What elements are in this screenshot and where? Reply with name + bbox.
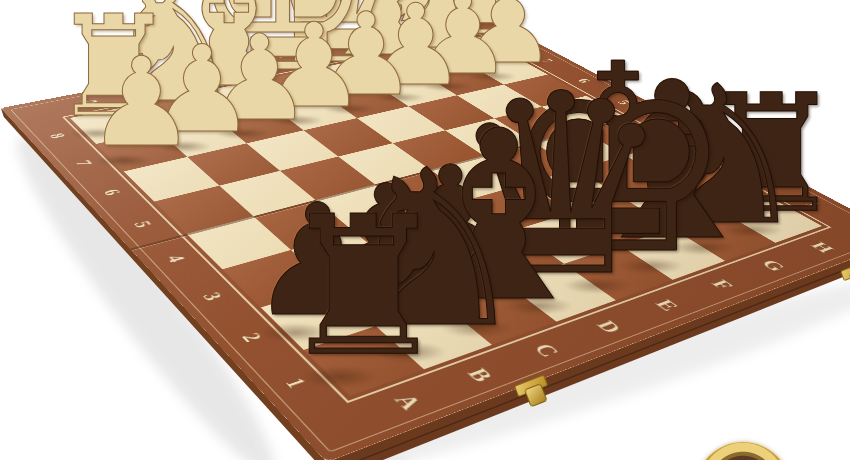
chess-set-photo: AA11BB22CC33DD44EE55FF66GG77HH88 ♜♞♝♟♛♟♚…: [0, 0, 850, 460]
